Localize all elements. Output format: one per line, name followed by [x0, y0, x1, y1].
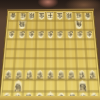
board-scene: 香桂銀金王金銀桂香飛角歩歩歩歩歩歩歩歩歩歩歩歩歩歩歩歩歩歩角飛香桂銀金玉金銀桂香 — [0, 11, 100, 100]
piece-white-pawn[interactable]: 歩 — [66, 30, 73, 38]
piece-white-pawn[interactable]: 歩 — [56, 30, 63, 38]
square-7a[interactable]: 銀 — [26, 12, 36, 21]
square-1b[interactable] — [83, 21, 93, 30]
piece-black-pawn[interactable]: 歩 — [67, 70, 75, 79]
square-5e[interactable] — [45, 49, 55, 59]
square-5h[interactable] — [45, 80, 56, 91]
square-3e[interactable] — [65, 49, 75, 59]
square-7c[interactable]: 歩 — [26, 30, 36, 39]
square-6f[interactable] — [34, 59, 44, 70]
square-4g[interactable]: 歩 — [55, 69, 66, 80]
piece-white-pawn[interactable]: 歩 — [37, 30, 44, 38]
board-near-edge — [0, 96, 100, 100]
square-1a[interactable]: 香 — [82, 12, 92, 21]
square-5b[interactable] — [45, 21, 55, 30]
square-7f[interactable] — [24, 59, 35, 70]
square-8b[interactable]: 飛 — [16, 21, 26, 30]
square-4e[interactable] — [55, 49, 65, 59]
square-3a[interactable]: 銀 — [64, 12, 74, 21]
square-4f[interactable] — [55, 59, 65, 70]
square-4a[interactable]: 金 — [55, 12, 64, 21]
square-3c[interactable]: 歩 — [64, 30, 74, 39]
square-9e[interactable] — [4, 49, 15, 59]
square-4d[interactable] — [55, 39, 65, 49]
square-2a[interactable]: 桂 — [73, 12, 83, 21]
piece-black-pawn[interactable]: 歩 — [46, 70, 54, 79]
square-6h[interactable] — [34, 80, 45, 91]
square-1d[interactable] — [84, 39, 95, 49]
square-9f[interactable] — [3, 59, 14, 70]
square-8c[interactable]: 歩 — [16, 30, 26, 39]
square-5c[interactable]: 歩 — [45, 30, 55, 39]
square-6g[interactable]: 歩 — [34, 69, 45, 80]
piece-black-pawn[interactable]: 歩 — [88, 70, 96, 79]
square-3b[interactable] — [64, 21, 74, 30]
piece-black-pawn[interactable]: 歩 — [77, 70, 85, 79]
shogi-board: 香桂銀金王金銀桂香飛角歩歩歩歩歩歩歩歩歩歩歩歩歩歩歩歩歩歩角飛香桂銀金玉金銀桂香 — [0, 11, 100, 100]
square-6b[interactable] — [36, 21, 46, 30]
square-2f[interactable] — [75, 59, 86, 70]
square-2c[interactable]: 歩 — [74, 30, 84, 39]
piece-white-lance[interactable]: 香 — [9, 13, 16, 20]
piece-white-king[interactable]: 王 — [46, 12, 54, 20]
square-2e[interactable] — [75, 49, 86, 59]
square-1h[interactable] — [87, 80, 99, 91]
piece-white-gold[interactable]: 金 — [56, 12, 64, 20]
square-4h[interactable] — [55, 80, 66, 91]
square-1g[interactable]: 歩 — [86, 69, 97, 80]
square-7g[interactable]: 歩 — [23, 69, 34, 80]
square-8a[interactable]: 桂 — [17, 12, 27, 21]
piece-black-pawn[interactable]: 歩 — [14, 70, 22, 79]
piece-white-pawn[interactable]: 歩 — [75, 30, 82, 38]
piece-white-pawn[interactable]: 歩 — [17, 30, 24, 38]
square-6d[interactable] — [35, 39, 45, 49]
square-2g[interactable]: 歩 — [76, 69, 87, 80]
square-9b[interactable] — [7, 21, 17, 30]
square-6a[interactable]: 金 — [36, 12, 45, 21]
square-7e[interactable] — [25, 49, 35, 59]
square-1e[interactable] — [85, 49, 96, 59]
piece-white-lance[interactable]: 香 — [84, 13, 91, 20]
piece-black-pawn[interactable]: 歩 — [57, 70, 65, 79]
piece-black-bishop[interactable]: 角 — [13, 80, 23, 91]
square-5a[interactable]: 王 — [45, 12, 54, 21]
square-6e[interactable] — [35, 49, 45, 59]
square-8d[interactable] — [15, 39, 25, 49]
square-2h[interactable]: 飛 — [76, 80, 87, 91]
square-9c[interactable]: 歩 — [6, 30, 16, 39]
square-8f[interactable] — [14, 59, 25, 70]
piece-white-pawn[interactable]: 歩 — [7, 30, 15, 38]
piece-white-knight[interactable]: 桂 — [18, 13, 25, 20]
square-5f[interactable] — [45, 59, 55, 70]
square-8g[interactable]: 歩 — [13, 69, 24, 80]
square-9h[interactable] — [1, 80, 13, 91]
square-8e[interactable] — [14, 49, 25, 59]
square-4b[interactable] — [55, 21, 65, 30]
square-8h[interactable]: 角 — [12, 80, 23, 91]
piece-white-pawn[interactable]: 歩 — [46, 30, 53, 38]
square-4c[interactable]: 歩 — [55, 30, 65, 39]
square-3f[interactable] — [65, 59, 76, 70]
square-3g[interactable]: 歩 — [66, 69, 77, 80]
piece-white-gold[interactable]: 金 — [37, 12, 45, 20]
square-7h[interactable] — [23, 80, 34, 91]
piece-white-bishop[interactable]: 角 — [74, 21, 83, 30]
square-9d[interactable] — [5, 39, 16, 49]
piece-black-pawn[interactable]: 歩 — [36, 70, 44, 79]
square-7d[interactable] — [25, 39, 35, 49]
square-7b[interactable] — [26, 21, 36, 30]
square-2d[interactable] — [74, 39, 84, 49]
square-9a[interactable]: 香 — [8, 12, 18, 21]
square-9g[interactable]: 歩 — [2, 69, 13, 80]
square-2b[interactable]: 角 — [74, 21, 84, 30]
piece-white-silver[interactable]: 銀 — [27, 12, 35, 20]
board-grid: 香桂銀金王金銀桂香飛角歩歩歩歩歩歩歩歩歩歩歩歩歩歩歩歩歩歩角飛香桂銀金玉金銀桂香 — [0, 12, 100, 100]
piece-black-pawn[interactable]: 歩 — [4, 70, 12, 79]
piece-black-pawn[interactable]: 歩 — [25, 70, 33, 79]
piece-white-pawn[interactable]: 歩 — [27, 30, 34, 38]
square-3d[interactable] — [65, 39, 75, 49]
photo-frame: 香桂銀金王金銀桂香飛角歩歩歩歩歩歩歩歩歩歩歩歩歩歩歩歩歩歩角飛香桂銀金玉金銀桂香 — [0, 0, 100, 100]
square-1f[interactable] — [86, 59, 97, 70]
square-6c[interactable]: 歩 — [35, 30, 45, 39]
square-3h[interactable] — [66, 80, 77, 91]
piece-white-rook[interactable]: 飛 — [17, 21, 26, 30]
square-5d[interactable] — [45, 39, 55, 49]
piece-white-knight[interactable]: 桂 — [74, 13, 81, 20]
piece-white-silver[interactable]: 銀 — [65, 12, 73, 20]
piece-black-rook[interactable]: 飛 — [77, 80, 87, 91]
square-1c[interactable]: 歩 — [84, 30, 94, 39]
square-5g[interactable]: 歩 — [45, 69, 56, 80]
piece-white-pawn[interactable]: 歩 — [85, 30, 93, 38]
